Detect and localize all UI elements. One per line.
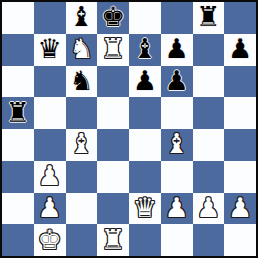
square-h8[interactable]: [224, 2, 256, 34]
black-queen-piece[interactable]: ♛: [38, 35, 62, 62]
square-e3[interactable]: [129, 161, 161, 193]
square-h3[interactable]: [224, 161, 256, 193]
square-g2[interactable]: ♟: [193, 193, 225, 225]
white-pawn-piece[interactable]: ♟: [38, 194, 62, 221]
square-c4[interactable]: ♝: [66, 129, 98, 161]
square-a3[interactable]: [2, 161, 34, 193]
square-g4[interactable]: [193, 129, 225, 161]
chess-board-wrap: ♝♚♜♛♞♜♝♟♟♞♟♟♜♝♝♟♟♛♟♟♟♚♜: [0, 0, 258, 258]
square-d1[interactable]: ♜: [97, 224, 129, 256]
square-d8[interactable]: ♚: [97, 2, 129, 34]
black-pawn-piece[interactable]: ♟: [133, 67, 157, 94]
square-g6[interactable]: [193, 66, 225, 98]
white-pawn-piece[interactable]: ♟: [165, 194, 189, 221]
square-a6[interactable]: [2, 66, 34, 98]
white-knight-piece[interactable]: ♞: [69, 35, 93, 62]
square-f5[interactable]: [161, 97, 193, 129]
white-rook-piece[interactable]: ♜: [101, 35, 125, 62]
square-e2[interactable]: ♛: [129, 193, 161, 225]
black-king-piece[interactable]: ♚: [101, 3, 125, 30]
white-pawn-piece[interactable]: ♟: [196, 194, 220, 221]
square-g3[interactable]: [193, 161, 225, 193]
square-f6[interactable]: ♟: [161, 66, 193, 98]
white-pawn-piece[interactable]: ♟: [228, 194, 252, 221]
square-b1[interactable]: ♚: [34, 224, 66, 256]
black-pawn-piece[interactable]: ♟: [228, 35, 252, 62]
square-h5[interactable]: [224, 97, 256, 129]
square-a1[interactable]: [2, 224, 34, 256]
square-h1[interactable]: [224, 224, 256, 256]
square-f3[interactable]: [161, 161, 193, 193]
square-a4[interactable]: [2, 129, 34, 161]
square-f2[interactable]: ♟: [161, 193, 193, 225]
black-pawn-piece[interactable]: ♟: [165, 35, 189, 62]
square-b6[interactable]: [34, 66, 66, 98]
square-g1[interactable]: [193, 224, 225, 256]
square-c3[interactable]: [66, 161, 98, 193]
white-bishop-piece[interactable]: ♝: [165, 130, 189, 157]
white-rook-piece[interactable]: ♜: [101, 226, 125, 253]
square-h4[interactable]: [224, 129, 256, 161]
black-bishop-piece[interactable]: ♝: [69, 3, 93, 30]
square-e4[interactable]: [129, 129, 161, 161]
square-g5[interactable]: [193, 97, 225, 129]
square-b7[interactable]: ♛: [34, 34, 66, 66]
square-c5[interactable]: [66, 97, 98, 129]
square-d4[interactable]: [97, 129, 129, 161]
square-d3[interactable]: [97, 161, 129, 193]
square-h2[interactable]: ♟: [224, 193, 256, 225]
square-a7[interactable]: [2, 34, 34, 66]
square-a5[interactable]: ♜: [2, 97, 34, 129]
chess-board: ♝♚♜♛♞♜♝♟♟♞♟♟♜♝♝♟♟♛♟♟♟♚♜: [0, 0, 258, 258]
white-bishop-piece[interactable]: ♝: [69, 130, 93, 157]
black-rook-piece[interactable]: ♜: [196, 3, 220, 30]
square-h6[interactable]: [224, 66, 256, 98]
square-c1[interactable]: [66, 224, 98, 256]
square-e8[interactable]: [129, 2, 161, 34]
black-knight-piece[interactable]: ♞: [69, 67, 93, 94]
square-f1[interactable]: [161, 224, 193, 256]
square-c8[interactable]: ♝: [66, 2, 98, 34]
square-d7[interactable]: ♜: [97, 34, 129, 66]
black-bishop-piece[interactable]: ♝: [133, 35, 157, 62]
square-f8[interactable]: [161, 2, 193, 34]
square-g7[interactable]: [193, 34, 225, 66]
square-d6[interactable]: [97, 66, 129, 98]
square-c7[interactable]: ♞: [66, 34, 98, 66]
square-f7[interactable]: ♟: [161, 34, 193, 66]
square-e6[interactable]: ♟: [129, 66, 161, 98]
white-pawn-piece[interactable]: ♟: [38, 162, 62, 189]
square-c6[interactable]: ♞: [66, 66, 98, 98]
square-b2[interactable]: ♟: [34, 193, 66, 225]
black-pawn-piece[interactable]: ♟: [165, 67, 189, 94]
square-b3[interactable]: ♟: [34, 161, 66, 193]
square-g8[interactable]: ♜: [193, 2, 225, 34]
square-h7[interactable]: ♟: [224, 34, 256, 66]
square-a8[interactable]: [2, 2, 34, 34]
square-c2[interactable]: [66, 193, 98, 225]
square-e1[interactable]: [129, 224, 161, 256]
square-b8[interactable]: [34, 2, 66, 34]
square-f4[interactable]: ♝: [161, 129, 193, 161]
white-queen-piece[interactable]: ♛: [133, 194, 157, 221]
square-d2[interactable]: [97, 193, 129, 225]
square-d5[interactable]: [97, 97, 129, 129]
square-a2[interactable]: [2, 193, 34, 225]
square-b4[interactable]: [34, 129, 66, 161]
square-e5[interactable]: [129, 97, 161, 129]
black-rook-piece[interactable]: ♜: [6, 99, 30, 126]
square-e7[interactable]: ♝: [129, 34, 161, 66]
square-b5[interactable]: [34, 97, 66, 129]
white-king-piece[interactable]: ♚: [38, 226, 62, 253]
